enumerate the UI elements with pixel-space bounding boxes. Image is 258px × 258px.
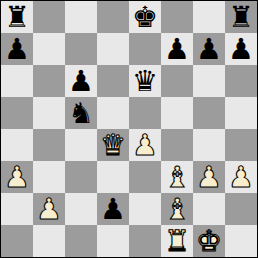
square-g1[interactable]: ♚ — [193, 225, 225, 257]
square-a4[interactable] — [1, 129, 33, 161]
square-c4[interactable] — [65, 129, 97, 161]
piece-white-pawn: ♟ — [4, 161, 30, 193]
square-f1[interactable]: ♜ — [161, 225, 193, 257]
square-f2[interactable]: ♝ — [161, 193, 193, 225]
square-e7[interactable] — [129, 33, 161, 65]
chess-board-frame: ♜♚♜♟♟♟♟♟♛♞♛♟♟♝♟♟♟♟♝♜♚ — [0, 0, 258, 258]
square-f7[interactable]: ♟ — [161, 33, 193, 65]
square-d7[interactable] — [97, 33, 129, 65]
square-c7[interactable] — [65, 33, 97, 65]
square-b1[interactable] — [33, 225, 65, 257]
square-h5[interactable] — [225, 97, 257, 129]
square-e5[interactable] — [129, 97, 161, 129]
square-e2[interactable] — [129, 193, 161, 225]
square-g8[interactable] — [193, 1, 225, 33]
piece-black-pawn: ♟ — [4, 33, 30, 65]
piece-white-pawn: ♟ — [196, 161, 222, 193]
square-h8[interactable]: ♜ — [225, 1, 257, 33]
square-b8[interactable] — [33, 1, 65, 33]
square-g5[interactable] — [193, 97, 225, 129]
square-a5[interactable] — [1, 97, 33, 129]
square-b6[interactable] — [33, 65, 65, 97]
square-d1[interactable] — [97, 225, 129, 257]
piece-black-pawn: ♟ — [68, 65, 94, 97]
square-b4[interactable] — [33, 129, 65, 161]
piece-black-king: ♚ — [132, 1, 158, 33]
square-a3[interactable]: ♟ — [1, 161, 33, 193]
piece-black-knight: ♞ — [68, 97, 94, 129]
square-h7[interactable]: ♟ — [225, 33, 257, 65]
piece-black-pawn: ♟ — [164, 33, 190, 65]
square-g4[interactable] — [193, 129, 225, 161]
square-h3[interactable]: ♟ — [225, 161, 257, 193]
square-g6[interactable] — [193, 65, 225, 97]
square-g3[interactable]: ♟ — [193, 161, 225, 193]
square-b7[interactable] — [33, 33, 65, 65]
square-b3[interactable] — [33, 161, 65, 193]
square-c8[interactable] — [65, 1, 97, 33]
piece-black-rook: ♜ — [228, 1, 254, 33]
piece-black-pawn: ♟ — [228, 33, 254, 65]
square-d8[interactable] — [97, 1, 129, 33]
piece-black-rook: ♜ — [4, 1, 30, 33]
square-e1[interactable] — [129, 225, 161, 257]
square-d4[interactable]: ♛ — [97, 129, 129, 161]
square-b2[interactable]: ♟ — [33, 193, 65, 225]
square-g7[interactable]: ♟ — [193, 33, 225, 65]
square-f6[interactable] — [161, 65, 193, 97]
square-d3[interactable] — [97, 161, 129, 193]
square-c6[interactable]: ♟ — [65, 65, 97, 97]
square-e3[interactable] — [129, 161, 161, 193]
piece-white-bishop: ♝ — [164, 193, 190, 225]
piece-black-pawn: ♟ — [196, 33, 222, 65]
square-e6[interactable]: ♛ — [129, 65, 161, 97]
piece-white-pawn: ♟ — [132, 129, 158, 161]
square-g2[interactable] — [193, 193, 225, 225]
square-d2[interactable]: ♟ — [97, 193, 129, 225]
square-a8[interactable]: ♜ — [1, 1, 33, 33]
square-d5[interactable] — [97, 97, 129, 129]
square-d6[interactable] — [97, 65, 129, 97]
square-c2[interactable] — [65, 193, 97, 225]
square-f4[interactable] — [161, 129, 193, 161]
square-e8[interactable]: ♚ — [129, 1, 161, 33]
square-f3[interactable]: ♝ — [161, 161, 193, 193]
square-h2[interactable] — [225, 193, 257, 225]
piece-white-pawn: ♟ — [36, 193, 62, 225]
piece-white-king: ♚ — [196, 225, 222, 257]
piece-white-bishop: ♝ — [164, 161, 190, 193]
square-c5[interactable]: ♞ — [65, 97, 97, 129]
chess-board: ♜♚♜♟♟♟♟♟♛♞♛♟♟♝♟♟♟♟♝♜♚ — [1, 1, 257, 257]
square-a2[interactable] — [1, 193, 33, 225]
square-c3[interactable] — [65, 161, 97, 193]
square-a1[interactable] — [1, 225, 33, 257]
square-a6[interactable] — [1, 65, 33, 97]
square-h1[interactable] — [225, 225, 257, 257]
square-c1[interactable] — [65, 225, 97, 257]
square-e4[interactable]: ♟ — [129, 129, 161, 161]
piece-black-pawn: ♟ — [100, 193, 126, 225]
piece-black-queen: ♛ — [132, 65, 158, 97]
piece-white-queen: ♛ — [100, 129, 126, 161]
square-f5[interactable] — [161, 97, 193, 129]
square-b5[interactable] — [33, 97, 65, 129]
square-h4[interactable] — [225, 129, 257, 161]
square-h6[interactable] — [225, 65, 257, 97]
square-f8[interactable] — [161, 1, 193, 33]
piece-white-rook: ♜ — [164, 225, 190, 257]
square-a7[interactable]: ♟ — [1, 33, 33, 65]
piece-white-pawn: ♟ — [228, 161, 254, 193]
